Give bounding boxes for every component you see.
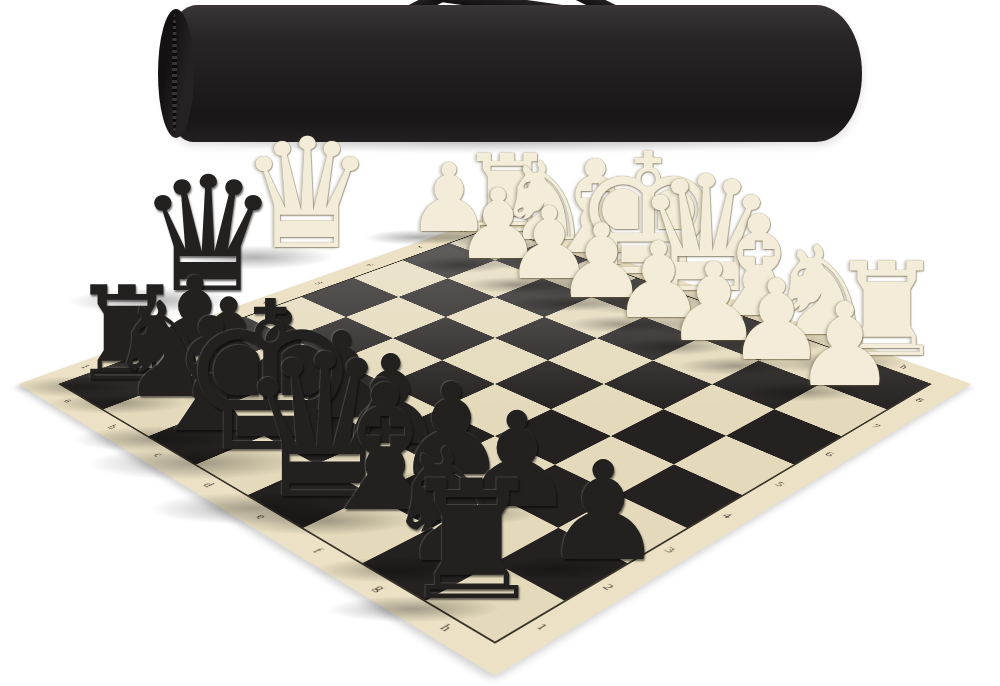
product-photo-scene: aabbccddeeffgghh1122334455667788 ♜♞♝♚♛♝♞… — [0, 0, 1000, 686]
rank-label-right-3: 3 — [662, 546, 677, 555]
rank-label-left-8: 8 — [458, 229, 469, 233]
bag-body — [163, 5, 862, 142]
rank-label-right-5: 5 — [773, 480, 787, 488]
rank-label-right-1: 1 — [534, 622, 551, 632]
file-label-top-c: c — [614, 263, 625, 267]
file-label-bottom-b: b — [105, 424, 120, 431]
rank-label-left-7: 7 — [412, 246, 423, 250]
file-label-top-h: h — [898, 364, 910, 370]
rank-label-right-7: 7 — [869, 423, 882, 430]
file-label-bottom-g: g — [371, 583, 388, 592]
file-label-top-b: b — [566, 246, 577, 250]
rank-label-left-4: 4 — [259, 300, 271, 305]
file-label-top-e: e — [718, 300, 729, 305]
piece-black-queen-offboard: ♛ — [137, 156, 280, 315]
file-label-top-d: d — [665, 281, 676, 286]
rank-label-right-6: 6 — [823, 451, 837, 458]
bag-zipper — [172, 14, 177, 133]
file-label-bottom-h: h — [437, 623, 454, 633]
file-label-bottom-e: e — [253, 513, 269, 521]
chessboard-grid — [61, 227, 929, 642]
file-label-top-a: a — [520, 230, 530, 234]
file-label-bottom-a: a — [61, 398, 75, 404]
rank-label-left-2: 2 — [142, 341, 155, 346]
file-label-top-g: g — [834, 342, 846, 347]
chessboard: aabbccddeeffgghh1122334455667788 — [18, 215, 971, 676]
rank-label-right-4: 4 — [719, 512, 734, 520]
rank-label-right-8: 8 — [913, 397, 925, 403]
file-label-top-f: f — [775, 320, 785, 325]
rank-label-left-6: 6 — [364, 263, 376, 267]
rank-label-left-3: 3 — [202, 320, 215, 325]
file-label-bottom-d: d — [200, 481, 216, 489]
rank-label-right-2: 2 — [600, 582, 616, 591]
file-label-bottom-c: c — [151, 451, 166, 458]
file-label-bottom-f: f — [310, 547, 325, 555]
rank-label-left-1: 1 — [79, 364, 93, 370]
rank-label-left-5: 5 — [313, 281, 325, 286]
